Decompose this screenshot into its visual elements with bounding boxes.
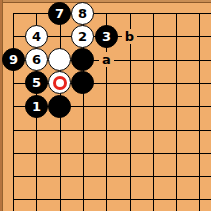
grid-line-vertical-9	[199, 13, 200, 211]
stone-black-plain	[71, 48, 94, 71]
stone-black-plain	[48, 95, 71, 118]
go-board: ba784239651	[0, 0, 211, 211]
stone-black-9: 9	[2, 48, 25, 71]
stone-white-marked	[48, 71, 71, 94]
grid-line-horizontal-1	[13, 13, 211, 14]
grid-line-vertical-7	[153, 13, 154, 211]
point-label-a: a	[99, 52, 114, 67]
stone-black-5: 5	[25, 71, 48, 94]
board-top-edge	[0, 0, 211, 3]
stone-black-3: 3	[95, 25, 118, 48]
grid-line-vertical-8	[176, 13, 177, 211]
stone-white-6: 6	[25, 48, 48, 71]
stone-white-plain	[48, 48, 71, 71]
grid-line-horizontal-6	[13, 130, 211, 131]
stone-white-2: 2	[71, 25, 94, 48]
stone-white-8: 8	[71, 2, 94, 25]
grid-line-vertical-1	[13, 13, 14, 211]
grid-line-horizontal-9	[13, 199, 211, 200]
red-circle-marker	[53, 76, 67, 90]
stone-black-1: 1	[25, 95, 48, 118]
stone-black-7: 7	[48, 2, 71, 25]
stone-black-plain	[71, 71, 94, 94]
board-left-edge	[0, 0, 3, 211]
grid-line-horizontal-8	[13, 176, 211, 177]
grid-line-horizontal-7	[13, 153, 211, 154]
point-label-b: b	[122, 29, 137, 44]
stone-white-4: 4	[25, 25, 48, 48]
